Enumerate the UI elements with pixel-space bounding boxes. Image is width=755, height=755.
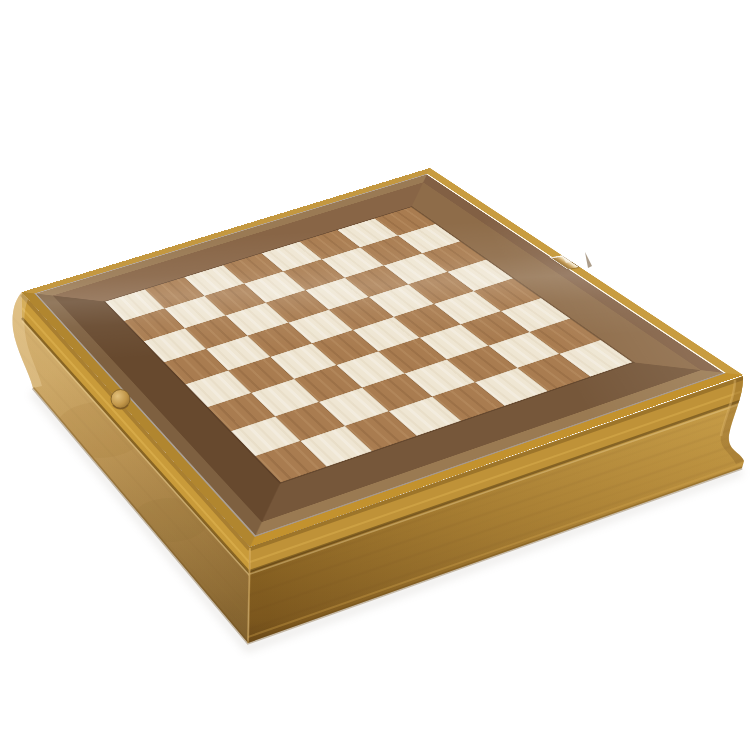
latch-knob (111, 390, 130, 409)
box-details (0, 0, 755, 755)
notch-shadow (585, 252, 592, 268)
notch-glint (560, 248, 589, 263)
product-photo (0, 0, 755, 755)
